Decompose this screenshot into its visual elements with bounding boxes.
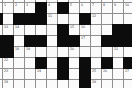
crossword-cell[interactable] xyxy=(113,14,123,24)
crossword-block xyxy=(25,14,35,24)
crossword-block xyxy=(102,36,112,46)
crossword-cell[interactable] xyxy=(69,69,79,79)
crossword-cell[interactable] xyxy=(69,58,79,68)
clue-number: 10 xyxy=(125,3,129,6)
clue-number: 13 xyxy=(4,25,8,28)
crossword-cell[interactable] xyxy=(91,36,101,46)
crossword-block xyxy=(113,25,123,35)
crossword-cell[interactable] xyxy=(124,14,132,24)
crossword-cell[interactable]: 28 xyxy=(3,80,13,88)
crossword-cell[interactable] xyxy=(14,36,24,46)
crossword-cell[interactable] xyxy=(0,0,2,2)
crossword-cell[interactable]: 22 xyxy=(3,58,13,68)
crossword-block xyxy=(0,47,2,57)
crossword-cell[interactable] xyxy=(0,80,2,88)
clue-number: 2 xyxy=(15,3,17,6)
crossword-cell[interactable]: 5 xyxy=(69,3,79,13)
crossword-cell[interactable] xyxy=(14,0,24,2)
crossword-cell[interactable] xyxy=(14,69,24,79)
crossword-cell[interactable] xyxy=(102,47,112,57)
crossword-cell[interactable]: 3 xyxy=(25,3,35,13)
crossword-block xyxy=(36,36,46,46)
crossword-block xyxy=(36,14,46,24)
clue-number: 23 xyxy=(4,69,8,72)
crossword-cell[interactable] xyxy=(91,58,101,68)
crossword-cell[interactable]: 7 xyxy=(91,3,101,13)
clue-number: 16 xyxy=(81,25,85,28)
crossword-block xyxy=(80,14,90,24)
crossword-cell[interactable] xyxy=(102,80,112,88)
crossword-block xyxy=(102,58,112,68)
crossword-cell[interactable]: 15 xyxy=(69,25,79,35)
crossword-cell[interactable] xyxy=(124,80,132,88)
crossword-block xyxy=(80,80,90,88)
crossword-cell[interactable] xyxy=(113,80,123,88)
crossword-cell[interactable] xyxy=(0,25,2,35)
crossword-cell[interactable]: 2 xyxy=(14,3,24,13)
crossword-cell[interactable]: 6 xyxy=(80,3,90,13)
crossword-cell[interactable] xyxy=(113,69,123,79)
crossword-cell[interactable] xyxy=(124,0,132,2)
clue-number: 29 xyxy=(92,80,96,83)
crossword-cell[interactable] xyxy=(0,69,2,79)
clue-number: 3 xyxy=(26,3,28,6)
crossword-cell[interactable] xyxy=(0,58,2,68)
crossword-cell[interactable] xyxy=(25,25,35,35)
clue-number: 22 xyxy=(4,58,8,61)
crossword-cell[interactable]: 4 xyxy=(47,3,57,13)
clue-number: 4 xyxy=(48,3,50,6)
crossword-cell[interactable] xyxy=(58,80,68,88)
crossword-cell[interactable] xyxy=(113,58,123,68)
crossword-cell[interactable] xyxy=(102,14,112,24)
clue-number: 7 xyxy=(92,3,94,6)
crossword-cell[interactable] xyxy=(69,14,79,24)
crossword-cell[interactable] xyxy=(80,0,90,2)
crossword-cell[interactable] xyxy=(36,47,46,57)
crossword-cell[interactable]: 1 xyxy=(3,3,13,13)
crossword-cell[interactable] xyxy=(25,58,35,68)
clue-number: 24 xyxy=(37,69,41,72)
crossword-block xyxy=(124,36,132,46)
crossword-block xyxy=(0,14,2,24)
crossword-cell[interactable] xyxy=(102,0,112,2)
crossword-cell[interactable] xyxy=(102,25,112,35)
clue-number: 9 xyxy=(114,3,116,6)
crossword-block xyxy=(58,69,68,79)
crossword-cell[interactable] xyxy=(25,80,35,88)
crossword-cell[interactable]: 29 xyxy=(91,80,101,88)
clue-number: 18 xyxy=(15,47,19,50)
crossword-cell[interactable] xyxy=(58,47,68,57)
crossword-screenshot: 1234567891011121314151617181920212223242… xyxy=(0,0,132,88)
clue-number: 14 xyxy=(15,25,19,28)
clue-number: 17 xyxy=(81,36,85,39)
clue-number: 15 xyxy=(70,25,74,28)
clue-number: 6 xyxy=(81,3,83,6)
crossword-block xyxy=(0,36,2,46)
crossword-block xyxy=(14,14,24,24)
crossword-block xyxy=(124,25,132,35)
crossword-cell[interactable]: 21 xyxy=(113,47,123,57)
crossword-cell[interactable]: 13 xyxy=(3,25,13,35)
crossword-block xyxy=(58,58,68,68)
crossword-block xyxy=(80,69,90,79)
crossword-cell[interactable]: 26 xyxy=(102,69,112,79)
crossword-cell[interactable] xyxy=(91,47,101,57)
crossword-cell[interactable]: 11 xyxy=(47,14,57,24)
crossword-block xyxy=(80,58,90,68)
crossword-block xyxy=(58,36,68,46)
crossword-cell[interactable] xyxy=(0,3,2,13)
crossword-cell[interactable] xyxy=(47,80,57,88)
crossword-cell[interactable] xyxy=(47,36,57,46)
crossword-cell[interactable] xyxy=(47,0,57,2)
clue-number: 20 xyxy=(70,47,74,50)
crossword-cell[interactable]: 8 xyxy=(102,3,112,13)
clue-number: 5 xyxy=(70,3,72,6)
crossword-block xyxy=(124,58,132,68)
crossword-cell[interactable] xyxy=(69,80,79,88)
crossword-block xyxy=(58,25,68,35)
crossword-cell[interactable] xyxy=(69,0,79,2)
crossword-cell[interactable] xyxy=(47,25,57,35)
crossword-cell[interactable] xyxy=(91,25,101,35)
crossword-cell[interactable] xyxy=(58,0,68,2)
crossword-cell[interactable]: 9 xyxy=(113,3,123,13)
crossword-cell[interactable] xyxy=(47,58,57,68)
crossword-cell[interactable] xyxy=(36,0,46,2)
crossword-cell[interactable] xyxy=(124,47,132,57)
crossword-block xyxy=(36,58,46,68)
clue-number: 1 xyxy=(4,3,6,6)
crossword-cell[interactable]: 14 xyxy=(14,25,24,35)
crossword-block xyxy=(25,36,35,46)
crossword-block xyxy=(69,36,79,46)
clue-number: 21 xyxy=(114,47,118,50)
clue-number: 28 xyxy=(4,80,8,83)
crossword-cell[interactable] xyxy=(58,14,68,24)
crossword-board: 1234567891011121314151617181920212223242… xyxy=(0,0,132,88)
crossword-cell[interactable]: 24 xyxy=(36,69,46,79)
crossword-cell[interactable]: 18 xyxy=(14,47,24,57)
crossword-cell[interactable]: 10 xyxy=(124,3,132,13)
crossword-cell[interactable] xyxy=(3,14,13,24)
clue-number: 12 xyxy=(92,14,96,17)
clue-number: 8 xyxy=(103,3,105,6)
crossword-cell[interactable] xyxy=(91,0,101,2)
crossword-cell[interactable] xyxy=(25,0,35,2)
crossword-cell[interactable] xyxy=(3,0,13,2)
crossword-cell[interactable]: 12 xyxy=(91,14,101,24)
crossword-block xyxy=(3,47,13,57)
crossword-cell[interactable]: 20 xyxy=(69,47,79,57)
crossword-cell[interactable]: 25 xyxy=(91,69,101,79)
clue-number: 26 xyxy=(103,69,107,72)
crossword-cell[interactable]: 23 xyxy=(3,69,13,79)
clue-number: 25 xyxy=(92,69,96,72)
crossword-cell[interactable] xyxy=(80,47,90,57)
crossword-cell[interactable]: 16 xyxy=(80,25,90,35)
clue-number: 11 xyxy=(48,14,52,17)
crossword-block xyxy=(36,3,46,13)
crossword-cell[interactable] xyxy=(113,0,123,2)
crossword-block xyxy=(113,36,123,46)
crossword-cell[interactable]: 27 xyxy=(124,69,132,79)
crossword-block xyxy=(3,36,13,46)
crossword-cell[interactable] xyxy=(36,25,46,35)
clue-number: 27 xyxy=(125,69,129,72)
crossword-cell[interactable] xyxy=(25,69,35,79)
clue-number: 19 xyxy=(26,47,30,50)
crossword-cell[interactable] xyxy=(47,69,57,79)
crossword-cell[interactable] xyxy=(36,80,46,88)
crossword-cell[interactable]: 17 xyxy=(80,36,90,46)
crossword-cell[interactable]: 19 xyxy=(25,47,35,57)
crossword-cell[interactable] xyxy=(47,47,57,57)
crossword-cell[interactable] xyxy=(14,58,24,68)
crossword-cell[interactable] xyxy=(14,80,24,88)
crossword-block xyxy=(58,3,68,13)
